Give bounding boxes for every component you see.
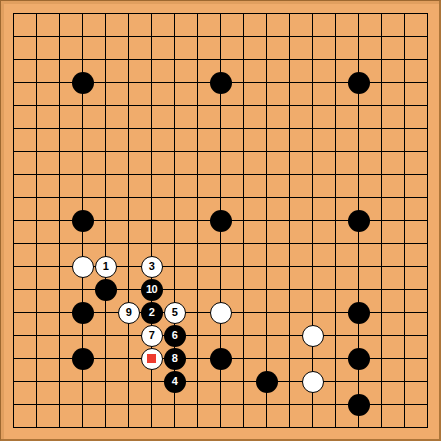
black-stone bbox=[72, 72, 94, 94]
black-stone bbox=[72, 348, 94, 370]
stone-number: 4 bbox=[172, 376, 178, 387]
black-stone bbox=[348, 348, 370, 370]
red-square-marker-icon bbox=[147, 354, 156, 363]
black-stone bbox=[72, 210, 94, 232]
white-stone bbox=[302, 325, 324, 347]
white-stone bbox=[302, 371, 324, 393]
black-stone bbox=[348, 210, 370, 232]
black-stone bbox=[256, 371, 278, 393]
white-stone bbox=[210, 302, 232, 324]
black-stone: 2 bbox=[141, 302, 163, 324]
black-stone bbox=[348, 302, 370, 324]
black-stone: 10 bbox=[141, 279, 163, 301]
stones-layer: 12345678910 bbox=[2, 2, 439, 439]
black-stone: 4 bbox=[164, 371, 186, 393]
white-stone: 9 bbox=[118, 302, 140, 324]
black-stone bbox=[348, 72, 370, 94]
black-stone bbox=[95, 279, 117, 301]
white-stone: 3 bbox=[141, 256, 163, 278]
stone-number: 6 bbox=[172, 330, 178, 341]
white-stone bbox=[72, 256, 94, 278]
white-stone: 1 bbox=[95, 256, 117, 278]
marked-white-stone bbox=[141, 348, 163, 370]
stone-number: 10 bbox=[146, 284, 157, 295]
black-stone bbox=[210, 210, 232, 232]
stone-number: 2 bbox=[149, 307, 155, 318]
stone-number: 8 bbox=[172, 353, 178, 364]
go-board: 12345678910 bbox=[0, 0, 441, 441]
stone-number: 3 bbox=[149, 261, 155, 272]
black-stone: 8 bbox=[164, 348, 186, 370]
black-stone bbox=[72, 302, 94, 324]
stone-number: 7 bbox=[149, 330, 155, 341]
stone-number: 1 bbox=[103, 261, 109, 272]
stone-number: 5 bbox=[172, 307, 178, 318]
stone-number: 9 bbox=[126, 307, 132, 318]
black-stone bbox=[210, 348, 232, 370]
black-stone bbox=[210, 72, 232, 94]
black-stone: 6 bbox=[164, 325, 186, 347]
black-stone bbox=[348, 394, 370, 416]
white-stone: 7 bbox=[141, 325, 163, 347]
white-stone: 5 bbox=[164, 302, 186, 324]
